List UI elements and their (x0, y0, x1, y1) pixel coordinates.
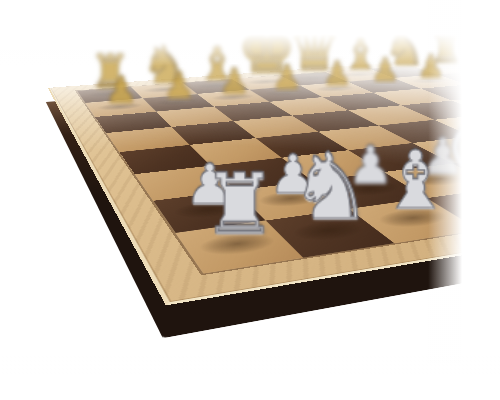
black-rook-glyph: ♜ (402, 29, 491, 69)
black-pawn-glyph: ♟ (336, 53, 434, 86)
piece-shadow (153, 97, 203, 107)
black-pawn-glyph: ♟ (287, 56, 387, 89)
square-d7[interactable]: ♟ (300, 82, 373, 97)
square-g8[interactable]: ♞ (131, 83, 198, 99)
square-f7[interactable]: ♟ (198, 90, 270, 107)
square-a7[interactable]: ♟ (438, 71, 500, 85)
square-f6[interactable] (214, 102, 292, 121)
square-b8[interactable]: ♞ (369, 65, 437, 78)
black-knight-glyph: ♞ (359, 25, 450, 72)
board-grid: ♜♞♝♚♛♝♞♜♟♟♟♟♟♟♟♟♟♟♟♟♟♟♟♟♜♞♝♚♛♝♞♜ (77, 62, 500, 273)
black-pawn-glyph: ♟ (428, 47, 500, 78)
piece-shadow (451, 73, 498, 80)
square-g6[interactable] (156, 107, 233, 127)
square-e6[interactable] (270, 97, 348, 115)
black-pawn-glyph: ♟ (383, 50, 479, 82)
perspective-stage: ♜♞♝♚♛♝♞♜♟♟♟♟♟♟♟♟♟♟♟♟♟♟♟♟♜♞♝♚♛♝♞♜ (0, 0, 500, 400)
square-h7[interactable]: ♟ (85, 98, 156, 117)
black-knight-glyph: ♞ (114, 39, 215, 91)
piece-shadow (86, 89, 133, 98)
square-e8[interactable]: ♚ (232, 75, 300, 89)
square-h8[interactable]: ♜ (77, 87, 143, 103)
square-e7[interactable]: ♟ (250, 86, 323, 102)
square-a8[interactable]: ♜ (411, 62, 479, 74)
black-bishop-glyph: ♝ (314, 32, 407, 75)
black-pawn-glyph: ♟ (66, 71, 176, 108)
piece-shadow (312, 84, 360, 92)
chess-photo-scene: ♜♞♝♚♛♝♞♜♟♟♟♟♟♟♟♟♟♟♟♟♟♟♟♟♜♞♝♚♛♝♞♜ (0, 0, 500, 400)
black-pawn-glyph: ♟ (182, 64, 287, 99)
piece-shadow (141, 85, 188, 93)
piece-shadow (381, 68, 425, 75)
piece-shadow (243, 78, 289, 86)
square-h1[interactable]: ♜ (176, 220, 304, 273)
square-c7[interactable]: ♟ (348, 78, 421, 93)
black-queen-glyph: ♛ (267, 18, 361, 79)
square-g7[interactable]: ♟ (143, 94, 215, 112)
black-king-glyph: ♚ (218, 15, 315, 83)
square-d6[interactable] (322, 93, 401, 111)
black-rook-glyph: ♜ (58, 49, 161, 95)
piece-shadow (291, 74, 336, 81)
piece-shadow (95, 102, 145, 112)
piece-shadow (209, 93, 258, 102)
piece-shadow (360, 81, 408, 89)
black-pawn-glyph: ♟ (125, 67, 233, 103)
square-e5[interactable] (292, 110, 377, 131)
white-rook-glyph: ♜ (146, 164, 332, 248)
black-bishop-glyph: ♝ (167, 41, 266, 87)
square-f8[interactable]: ♝ (183, 79, 250, 94)
board-plane: ♜♞♝♚♛♝♞♜♟♟♟♟♟♟♟♟♟♟♟♟♟♟♟♟♜♞♝♚♛♝♞♜ (48, 58, 500, 306)
piece-shadow (193, 82, 239, 90)
square-c8[interactable]: ♝ (325, 69, 393, 82)
piece-shadow (423, 64, 467, 71)
piece-shadow (337, 71, 382, 78)
piece-shadow (261, 88, 310, 97)
black-pawn-glyph: ♟ (235, 60, 338, 94)
square-d8[interactable]: ♛ (280, 72, 348, 86)
